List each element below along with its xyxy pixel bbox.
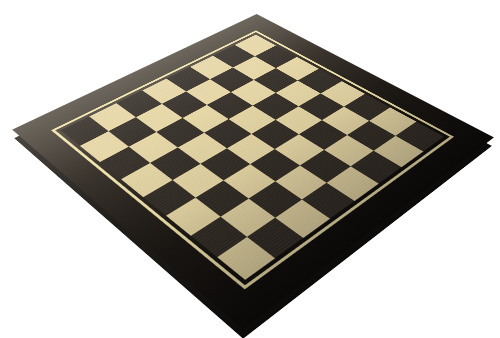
chess-board	[12, 14, 494, 330]
product-photo	[0, 0, 500, 338]
inlay-border	[51, 30, 454, 289]
board-top-face	[12, 14, 494, 330]
board-grid	[61, 35, 444, 280]
scene	[0, 0, 500, 338]
